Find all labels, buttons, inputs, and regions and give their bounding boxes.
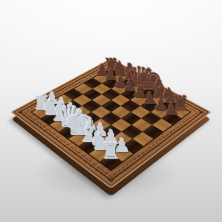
square-d7 xyxy=(120,89,139,100)
square-c5 xyxy=(92,94,111,106)
square-c7 xyxy=(111,83,130,94)
square-b5 xyxy=(83,89,102,100)
square-e1 xyxy=(68,132,89,146)
square-a4 xyxy=(64,89,83,100)
square-e7 xyxy=(130,94,149,106)
square-g6 xyxy=(141,112,161,125)
square-g2 xyxy=(100,139,122,154)
square-e8 xyxy=(139,89,158,100)
square-g4 xyxy=(121,125,142,139)
frame-corner-dot xyxy=(109,62,114,65)
square-c3 xyxy=(71,106,91,118)
square-b8 xyxy=(111,73,129,83)
square-h2 xyxy=(111,146,133,162)
square-f1 xyxy=(78,139,100,154)
square-a2 xyxy=(43,100,62,112)
square-e3 xyxy=(90,118,111,131)
square-a3 xyxy=(54,94,73,106)
square-c2 xyxy=(61,112,81,125)
square-h6 xyxy=(152,118,173,131)
square-g3 xyxy=(111,132,132,146)
square-b4 xyxy=(73,94,92,106)
square-g7 xyxy=(151,106,171,118)
square-d3 xyxy=(81,112,101,125)
square-a7 xyxy=(93,73,111,83)
square-b1 xyxy=(40,112,60,125)
square-d4 xyxy=(91,106,111,118)
square-g1 xyxy=(89,146,111,162)
square-d1 xyxy=(59,125,80,139)
square-d6 xyxy=(111,94,130,106)
frame-corner-dot xyxy=(199,110,205,114)
square-f2 xyxy=(90,132,111,146)
square-e5 xyxy=(111,106,131,118)
square-b2 xyxy=(52,106,72,118)
square-f7 xyxy=(140,100,159,112)
square-h5 xyxy=(142,125,163,139)
frame-corner-dot xyxy=(108,177,115,182)
square-h4 xyxy=(132,132,153,146)
square-c8 xyxy=(120,78,138,89)
square-f6 xyxy=(131,106,151,118)
square-g5 xyxy=(132,118,153,131)
square-e2 xyxy=(80,125,101,139)
square-c1 xyxy=(49,118,70,131)
square-g8 xyxy=(160,100,179,112)
square-e6 xyxy=(121,100,140,112)
square-h7 xyxy=(161,112,181,125)
square-h1 xyxy=(100,154,123,170)
square-b6 xyxy=(92,83,111,94)
square-b3 xyxy=(62,100,81,112)
frame-corner-dot xyxy=(18,110,24,114)
square-f8 xyxy=(149,94,168,106)
square-a6 xyxy=(84,78,102,89)
square-f3 xyxy=(101,125,122,139)
square-a5 xyxy=(74,83,93,94)
square-a1 xyxy=(32,106,52,118)
square-d5 xyxy=(101,100,120,112)
square-a8 xyxy=(102,68,120,78)
square-e4 xyxy=(101,112,121,125)
square-b7 xyxy=(102,78,120,89)
square-f4 xyxy=(111,118,132,131)
square-c6 xyxy=(102,89,121,100)
chess-set-photo: ♜♞♝♛♚♝♞♜♟♟♟♟♟♟♟♟♟♟♟♟♟♟♟♟♜♞♝♛♚♝♞♜ xyxy=(0,0,222,222)
square-h8 xyxy=(170,106,190,118)
square-d2 xyxy=(70,118,91,131)
square-d8 xyxy=(130,83,149,94)
square-f5 xyxy=(121,112,141,125)
square-c4 xyxy=(82,100,101,112)
square-h3 xyxy=(122,139,144,154)
